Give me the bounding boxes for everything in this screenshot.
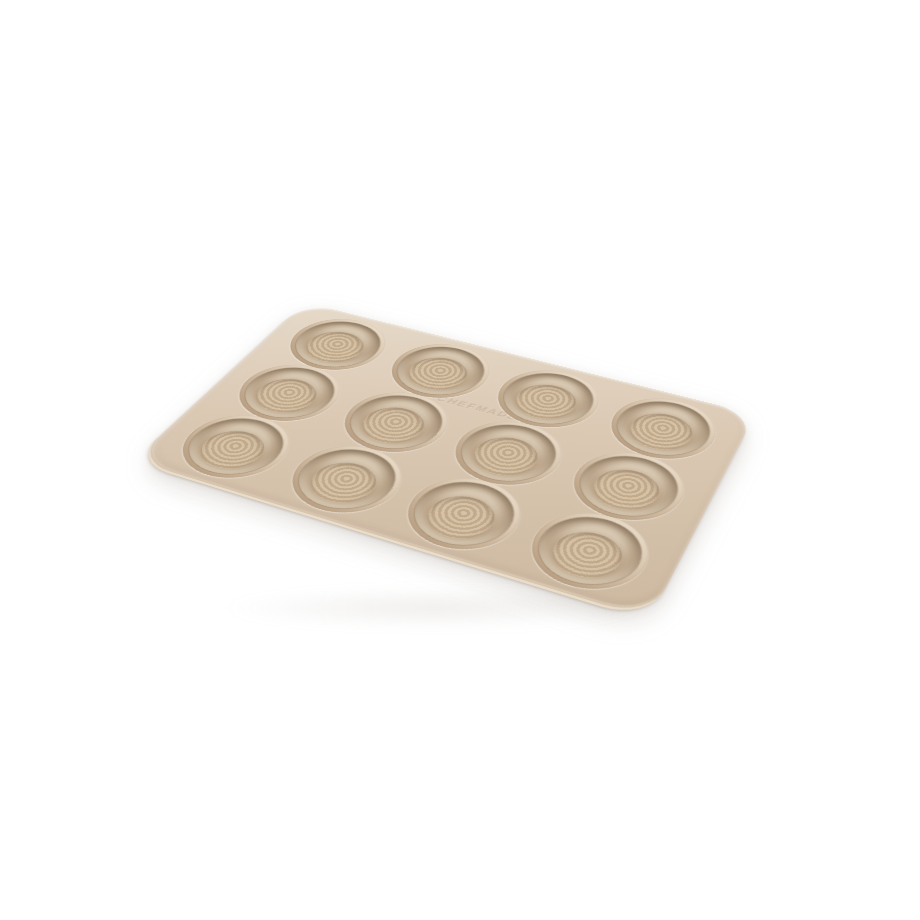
- cup-bottom-rings: [188, 425, 275, 475]
- cup-opening: [398, 473, 529, 556]
- cup-bottom-rings: [621, 408, 700, 456]
- cup-opening: [281, 441, 411, 519]
- cup-bottom-rings: [416, 490, 505, 546]
- cup-bottom-rings: [351, 402, 434, 449]
- cup-bottom-rings: [542, 525, 631, 585]
- cup-grid: [135, 302, 755, 617]
- product-photo: CHEFMADE: [0, 0, 920, 920]
- cup-bottom-rings: [398, 353, 476, 396]
- cup-bottom-rings: [464, 432, 547, 482]
- cup-opening: [171, 410, 300, 483]
- cup-bottom-rings: [584, 463, 668, 517]
- scene: CHEFMADE: [0, 0, 920, 920]
- muffin-pan: CHEFMADE: [135, 302, 755, 617]
- cup-bottom-rings: [245, 374, 327, 419]
- cup-opening: [523, 507, 655, 596]
- cup-bottom-rings: [506, 380, 584, 425]
- cup-bottom-rings: [296, 327, 373, 367]
- cup-bottom-rings: [299, 457, 387, 510]
